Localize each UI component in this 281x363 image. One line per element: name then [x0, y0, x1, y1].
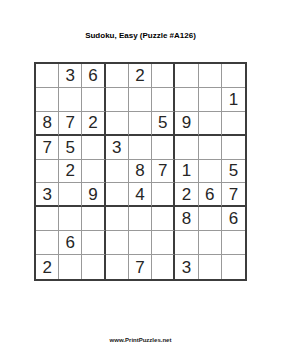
- cell-r5c2[interactable]: 2: [59, 160, 82, 184]
- cell-r6c7[interactable]: 2: [175, 183, 198, 207]
- cell-r6c4[interactable]: [106, 183, 129, 207]
- cell-r3c4[interactable]: [106, 112, 129, 136]
- cell-r4c1[interactable]: 7: [36, 136, 59, 160]
- cell-r8c6[interactable]: [152, 231, 175, 255]
- cell-r2c7[interactable]: [175, 88, 198, 112]
- cell-r3c1[interactable]: 8: [36, 112, 59, 136]
- cell-r5c4[interactable]: [106, 160, 129, 184]
- cell-r6c8[interactable]: 6: [199, 183, 222, 207]
- cell-r4c3[interactable]: [82, 136, 105, 160]
- cell-r2c3[interactable]: [82, 88, 105, 112]
- cell-r2c5[interactable]: [129, 88, 152, 112]
- cell-r7c4[interactable]: [106, 207, 129, 231]
- cell-r7c5[interactable]: [129, 207, 152, 231]
- puzzle-title: Sudoku, Easy (Puzzle #A126): [0, 31, 281, 40]
- cell-r8c5[interactable]: [129, 231, 152, 255]
- cell-r3c8[interactable]: [199, 112, 222, 136]
- cell-r2c4[interactable]: [106, 88, 129, 112]
- cell-r7c8[interactable]: [199, 207, 222, 231]
- cell-r7c9[interactable]: 6: [222, 207, 245, 231]
- cell-r1c5[interactable]: 2: [129, 64, 152, 88]
- cell-r8c2[interactable]: 6: [59, 231, 82, 255]
- cell-r7c6[interactable]: [152, 207, 175, 231]
- cell-r6c5[interactable]: 4: [129, 183, 152, 207]
- cell-r1c3[interactable]: 6: [82, 64, 105, 88]
- cell-r6c1[interactable]: 3: [36, 183, 59, 207]
- cell-r9c5[interactable]: 7: [129, 255, 152, 279]
- cell-r2c9[interactable]: 1: [222, 88, 245, 112]
- cell-r5c7[interactable]: 1: [175, 160, 198, 184]
- cell-r6c3[interactable]: 9: [82, 183, 105, 207]
- cell-r3c6[interactable]: 5: [152, 112, 175, 136]
- cell-r9c7[interactable]: 3: [175, 255, 198, 279]
- cell-r4c5[interactable]: [129, 136, 152, 160]
- cell-r3c7[interactable]: 9: [175, 112, 198, 136]
- sudoku-board: 36218725975328715394267866273: [34, 62, 247, 281]
- cell-r8c7[interactable]: [175, 231, 198, 255]
- cell-r2c1[interactable]: [36, 88, 59, 112]
- cell-r4c4[interactable]: 3: [106, 136, 129, 160]
- cell-r3c3[interactable]: 2: [82, 112, 105, 136]
- cell-r6c9[interactable]: 7: [222, 183, 245, 207]
- cell-r7c1[interactable]: [36, 207, 59, 231]
- cell-r1c4[interactable]: [106, 64, 129, 88]
- cell-r5c9[interactable]: 5: [222, 160, 245, 184]
- cell-r9c4[interactable]: [106, 255, 129, 279]
- cell-r4c6[interactable]: [152, 136, 175, 160]
- cell-r2c6[interactable]: [152, 88, 175, 112]
- cell-r8c8[interactable]: [199, 231, 222, 255]
- cell-r7c7[interactable]: 8: [175, 207, 198, 231]
- cell-r9c2[interactable]: [59, 255, 82, 279]
- cell-r1c8[interactable]: [199, 64, 222, 88]
- cell-r3c5[interactable]: [129, 112, 152, 136]
- cell-r4c8[interactable]: [199, 136, 222, 160]
- cell-r5c1[interactable]: [36, 160, 59, 184]
- cell-r8c3[interactable]: [82, 231, 105, 255]
- cell-r3c9[interactable]: [222, 112, 245, 136]
- cell-r4c7[interactable]: [175, 136, 198, 160]
- cell-r4c2[interactable]: 5: [59, 136, 82, 160]
- cell-r7c3[interactable]: [82, 207, 105, 231]
- cell-r8c1[interactable]: [36, 231, 59, 255]
- cell-r8c9[interactable]: [222, 231, 245, 255]
- cell-r9c9[interactable]: [222, 255, 245, 279]
- cell-r1c1[interactable]: [36, 64, 59, 88]
- cell-r1c9[interactable]: [222, 64, 245, 88]
- cell-r5c8[interactable]: [199, 160, 222, 184]
- cell-r5c5[interactable]: 8: [129, 160, 152, 184]
- cell-r5c6[interactable]: 7: [152, 160, 175, 184]
- cell-r4c9[interactable]: [222, 136, 245, 160]
- cell-r2c8[interactable]: [199, 88, 222, 112]
- cell-r1c2[interactable]: 3: [59, 64, 82, 88]
- cell-r9c8[interactable]: [199, 255, 222, 279]
- cell-r9c6[interactable]: [152, 255, 175, 279]
- cell-r1c6[interactable]: [152, 64, 175, 88]
- cell-r1c7[interactable]: [175, 64, 198, 88]
- cell-r8c4[interactable]: [106, 231, 129, 255]
- puzzle-page: Sudoku, Easy (Puzzle #A126) 362187259753…: [0, 0, 281, 363]
- cell-r2c2[interactable]: [59, 88, 82, 112]
- cell-r9c1[interactable]: 2: [36, 255, 59, 279]
- cell-r6c6[interactable]: [152, 183, 175, 207]
- cell-r9c3[interactable]: [82, 255, 105, 279]
- cell-r3c2[interactable]: 7: [59, 112, 82, 136]
- cell-r7c2[interactable]: [59, 207, 82, 231]
- cell-r6c2[interactable]: [59, 183, 82, 207]
- cell-r5c3[interactable]: [82, 160, 105, 184]
- footer-link[interactable]: www.PrintPuzzles.net: [0, 337, 281, 343]
